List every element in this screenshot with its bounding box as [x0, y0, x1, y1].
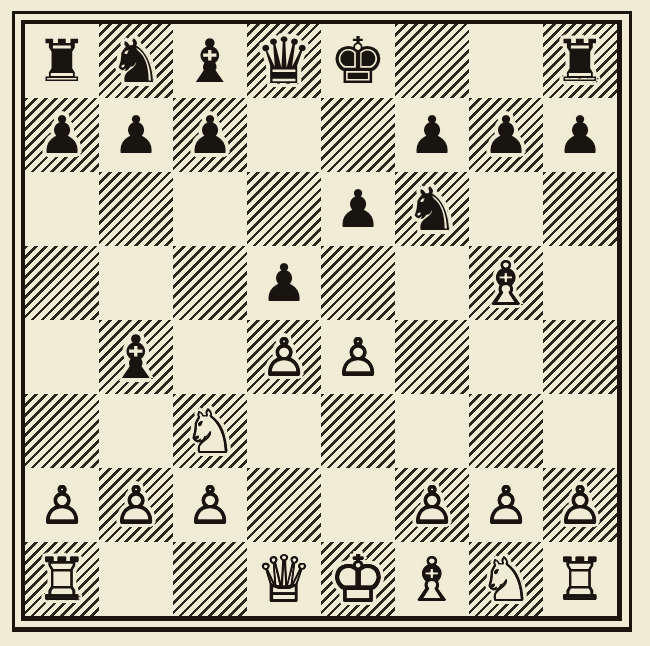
black-pawn: ♟♟ — [395, 98, 469, 172]
white-knight: ♞♘ — [469, 542, 543, 616]
square-d3 — [247, 394, 321, 468]
square-d6 — [247, 172, 321, 246]
square-d2 — [247, 468, 321, 542]
square-h7: ♟♟ — [543, 98, 617, 172]
square-b1 — [99, 542, 173, 616]
piece-glyph: ♕ — [247, 542, 321, 616]
black-bishop: ♝♝ — [99, 320, 173, 394]
black-knight: ♞♞ — [395, 172, 469, 246]
white-knight: ♞♘ — [173, 394, 247, 468]
piece-glyph: ♙ — [173, 468, 247, 542]
black-knight: ♞♞ — [99, 24, 173, 98]
white-pawn: ♟♙ — [543, 468, 617, 542]
square-c3: ♞♘ — [173, 394, 247, 468]
piece-glyph: ♟ — [395, 98, 469, 172]
square-b5 — [99, 246, 173, 320]
square-c5 — [173, 246, 247, 320]
black-pawn: ♟♟ — [247, 246, 321, 320]
square-f5 — [395, 246, 469, 320]
white-pawn: ♟♙ — [247, 320, 321, 394]
square-h1: ♜♖ — [543, 542, 617, 616]
piece-glyph: ♜ — [543, 24, 617, 98]
square-f4 — [395, 320, 469, 394]
piece-glyph: ♖ — [543, 542, 617, 616]
piece-glyph: ♙ — [395, 468, 469, 542]
white-bishop: ♝♗ — [395, 542, 469, 616]
square-a4 — [25, 320, 99, 394]
square-c2: ♟♙ — [173, 468, 247, 542]
black-pawn: ♟♟ — [543, 98, 617, 172]
board-inner-frame: ♜♜♞♞♝♝♛♛♚♚♜♜♟♟♟♟♟♟♟♟♟♟♟♟♟♟♞♞♟♟♝♗♝♝♟♙♟♙♞♘… — [21, 20, 622, 621]
piece-glyph: ♚ — [321, 24, 395, 98]
white-pawn: ♟♙ — [469, 468, 543, 542]
chess-board: ♜♜♞♞♝♝♛♛♚♚♜♜♟♟♟♟♟♟♟♟♟♟♟♟♟♟♞♞♟♟♝♗♝♝♟♙♟♙♞♘… — [25, 24, 617, 616]
square-a8: ♜♜ — [25, 24, 99, 98]
square-f1: ♝♗ — [395, 542, 469, 616]
square-e8: ♚♚ — [321, 24, 395, 98]
square-a5 — [25, 246, 99, 320]
black-pawn: ♟♟ — [173, 98, 247, 172]
square-h4 — [543, 320, 617, 394]
square-g4 — [469, 320, 543, 394]
square-e5 — [321, 246, 395, 320]
square-c4 — [173, 320, 247, 394]
piece-glyph: ♗ — [469, 246, 543, 320]
piece-glyph: ♙ — [469, 468, 543, 542]
board-outer-frame: ♜♜♞♞♝♝♛♛♚♚♜♜♟♟♟♟♟♟♟♟♟♟♟♟♟♟♞♞♟♟♝♗♝♝♟♙♟♙♞♘… — [12, 11, 632, 632]
square-g5: ♝♗ — [469, 246, 543, 320]
black-king: ♚♚ — [321, 24, 395, 98]
square-d7 — [247, 98, 321, 172]
square-e3 — [321, 394, 395, 468]
square-b6 — [99, 172, 173, 246]
square-f8 — [395, 24, 469, 98]
white-pawn: ♟♙ — [173, 468, 247, 542]
square-f7: ♟♟ — [395, 98, 469, 172]
piece-glyph: ♗ — [395, 542, 469, 616]
piece-glyph: ♟ — [543, 98, 617, 172]
square-a2: ♟♙ — [25, 468, 99, 542]
black-pawn: ♟♟ — [25, 98, 99, 172]
black-rook: ♜♜ — [543, 24, 617, 98]
square-d5: ♟♟ — [247, 246, 321, 320]
piece-glyph: ♝ — [99, 320, 173, 394]
square-h3 — [543, 394, 617, 468]
square-a1: ♜♖ — [25, 542, 99, 616]
square-b2: ♟♙ — [99, 468, 173, 542]
piece-glyph: ♟ — [321, 172, 395, 246]
white-queen: ♛♕ — [247, 542, 321, 616]
square-f6: ♞♞ — [395, 172, 469, 246]
black-queen: ♛♛ — [247, 24, 321, 98]
square-c6 — [173, 172, 247, 246]
square-b3 — [99, 394, 173, 468]
square-g7: ♟♟ — [469, 98, 543, 172]
black-pawn: ♟♟ — [99, 98, 173, 172]
square-b4: ♝♝ — [99, 320, 173, 394]
white-pawn: ♟♙ — [321, 320, 395, 394]
square-f2: ♟♙ — [395, 468, 469, 542]
black-pawn: ♟♟ — [321, 172, 395, 246]
black-bishop: ♝♝ — [173, 24, 247, 98]
piece-glyph: ♟ — [173, 98, 247, 172]
white-king: ♚♔ — [321, 542, 395, 616]
square-c1 — [173, 542, 247, 616]
piece-glyph: ♙ — [25, 468, 99, 542]
square-g6 — [469, 172, 543, 246]
square-h5 — [543, 246, 617, 320]
square-e4: ♟♙ — [321, 320, 395, 394]
piece-glyph: ♞ — [99, 24, 173, 98]
black-pawn: ♟♟ — [469, 98, 543, 172]
piece-glyph: ♙ — [321, 320, 395, 394]
piece-glyph: ♞ — [395, 172, 469, 246]
square-b7: ♟♟ — [99, 98, 173, 172]
square-g3 — [469, 394, 543, 468]
square-g2: ♟♙ — [469, 468, 543, 542]
square-h6 — [543, 172, 617, 246]
piece-glyph: ♟ — [25, 98, 99, 172]
white-pawn: ♟♙ — [395, 468, 469, 542]
white-rook: ♜♖ — [543, 542, 617, 616]
square-h8: ♜♜ — [543, 24, 617, 98]
piece-glyph: ♛ — [247, 24, 321, 98]
piece-glyph: ♟ — [247, 246, 321, 320]
black-rook: ♜♜ — [25, 24, 99, 98]
square-d8: ♛♛ — [247, 24, 321, 98]
square-a7: ♟♟ — [25, 98, 99, 172]
white-rook: ♜♖ — [25, 542, 99, 616]
square-e2 — [321, 468, 395, 542]
square-g8 — [469, 24, 543, 98]
piece-glyph: ♘ — [173, 394, 247, 468]
piece-glyph: ♙ — [99, 468, 173, 542]
piece-glyph: ♖ — [25, 542, 99, 616]
square-e6: ♟♟ — [321, 172, 395, 246]
square-e7 — [321, 98, 395, 172]
white-pawn: ♟♙ — [25, 468, 99, 542]
square-d1: ♛♕ — [247, 542, 321, 616]
piece-glyph: ♘ — [469, 542, 543, 616]
square-e1: ♚♔ — [321, 542, 395, 616]
piece-glyph: ♟ — [99, 98, 173, 172]
square-f3 — [395, 394, 469, 468]
piece-glyph: ♟ — [469, 98, 543, 172]
square-c8: ♝♝ — [173, 24, 247, 98]
piece-glyph: ♔ — [321, 542, 395, 616]
square-c7: ♟♟ — [173, 98, 247, 172]
square-a3 — [25, 394, 99, 468]
white-bishop: ♝♗ — [469, 246, 543, 320]
square-a6 — [25, 172, 99, 246]
piece-glyph: ♝ — [173, 24, 247, 98]
square-d4: ♟♙ — [247, 320, 321, 394]
square-b8: ♞♞ — [99, 24, 173, 98]
book-page: ♜♜♞♞♝♝♛♛♚♚♜♜♟♟♟♟♟♟♟♟♟♟♟♟♟♟♞♞♟♟♝♗♝♝♟♙♟♙♞♘… — [0, 0, 650, 646]
square-g1: ♞♘ — [469, 542, 543, 616]
square-h2: ♟♙ — [543, 468, 617, 542]
white-pawn: ♟♙ — [99, 468, 173, 542]
piece-glyph: ♜ — [25, 24, 99, 98]
piece-glyph: ♙ — [543, 468, 617, 542]
piece-glyph: ♙ — [247, 320, 321, 394]
